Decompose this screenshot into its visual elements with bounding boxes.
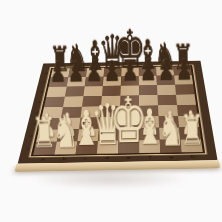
square-a7: ♟ bbox=[49, 77, 69, 87]
square-c4 bbox=[81, 106, 101, 117]
square-f5 bbox=[139, 95, 158, 106]
square-b6 bbox=[65, 86, 85, 96]
square-e1: ♚ bbox=[118, 140, 139, 153]
rank-label-5: 5 bbox=[34, 97, 44, 108]
file-label-h: h bbox=[182, 153, 204, 159]
rank-label-4: 4 bbox=[31, 107, 42, 118]
square-d8: ♛ bbox=[104, 67, 122, 76]
square-h2: ♟ bbox=[179, 127, 201, 139]
square-f6 bbox=[139, 85, 158, 95]
square-h7: ♟ bbox=[174, 75, 193, 85]
photo-background: ♜♞♝♛♚♝♞♜♟♟♟♟♟♟♟♟♟♟♟♟♟♟♟♟♜♞♝♛♚♝♞♜ abcdefg… bbox=[0, 0, 222, 222]
file-label-d: d bbox=[96, 155, 118, 161]
square-g7: ♟ bbox=[157, 75, 176, 85]
square-e5 bbox=[120, 95, 139, 106]
square-c1: ♝ bbox=[76, 141, 98, 154]
square-a4 bbox=[42, 107, 63, 118]
square-d4 bbox=[100, 106, 120, 117]
square-g6 bbox=[157, 85, 176, 95]
square-b8: ♞ bbox=[68, 68, 87, 77]
board-front-edge bbox=[14, 160, 220, 172]
square-g4 bbox=[158, 105, 178, 116]
square-a8: ♜ bbox=[51, 68, 70, 77]
square-h5 bbox=[176, 94, 196, 105]
square-e2: ♟ bbox=[119, 128, 140, 141]
square-f3 bbox=[139, 116, 159, 128]
square-e8: ♚ bbox=[121, 67, 139, 76]
file-label-b: b bbox=[53, 156, 75, 162]
file-label-g: g bbox=[160, 154, 182, 160]
square-b2: ♟ bbox=[57, 129, 79, 142]
piece-black-knight: ♞ bbox=[65, 39, 88, 77]
square-c8: ♝ bbox=[86, 68, 104, 77]
square-h4 bbox=[177, 105, 198, 116]
square-c5 bbox=[82, 96, 102, 107]
square-a5 bbox=[44, 97, 65, 108]
square-h1: ♜ bbox=[180, 139, 202, 152]
square-g2: ♟ bbox=[159, 127, 180, 139]
square-c7: ♟ bbox=[85, 77, 104, 87]
file-label-f: f bbox=[139, 154, 161, 160]
rank-label-2: 2 bbox=[25, 130, 36, 142]
square-g3 bbox=[159, 116, 180, 128]
file-label-a: a bbox=[32, 156, 55, 162]
square-b1: ♞ bbox=[54, 141, 77, 154]
square-g1: ♞ bbox=[160, 140, 182, 153]
file-label-e: e bbox=[118, 154, 140, 160]
square-a2: ♟ bbox=[36, 129, 59, 142]
square-e3 bbox=[119, 117, 139, 129]
rank-label-3: 3 bbox=[28, 118, 39, 130]
square-g8: ♞ bbox=[156, 67, 174, 76]
square-f2: ♟ bbox=[139, 128, 160, 140]
chess-board: ♜♞♝♛♚♝♞♜♟♟♟♟♟♟♟♟♟♟♟♟♟♟♟♟♜♞♝♛♚♝♞♜ abcdefg… bbox=[18, 61, 218, 164]
square-b7: ♟ bbox=[67, 77, 86, 87]
piece-black-rook: ♜ bbox=[172, 40, 193, 75]
rank-label-6: 6 bbox=[37, 87, 47, 97]
file-label-c: c bbox=[75, 155, 97, 161]
square-c3 bbox=[79, 117, 100, 129]
square-h6 bbox=[175, 85, 194, 95]
board-grid: ♜♞♝♛♚♝♞♜♟♟♟♟♟♟♟♟♟♟♟♟♟♟♟♟♜♞♝♛♚♝♞♜ bbox=[33, 66, 202, 155]
square-b4 bbox=[61, 107, 82, 118]
square-b5 bbox=[63, 96, 83, 107]
chess-set-scene: ♜♞♝♛♚♝♞♜♟♟♟♟♟♟♟♟♟♟♟♟♟♟♟♟♜♞♝♛♚♝♞♜ abcdefg… bbox=[30, 16, 209, 195]
rank-label-8: 8 bbox=[41, 69, 50, 78]
square-e4 bbox=[120, 106, 140, 117]
square-g5 bbox=[157, 95, 177, 106]
square-d7: ♟ bbox=[103, 76, 121, 86]
square-b3 bbox=[59, 118, 81, 130]
square-c6 bbox=[83, 86, 102, 96]
square-f4 bbox=[139, 105, 159, 116]
square-a6 bbox=[46, 87, 66, 97]
square-d2: ♟ bbox=[98, 128, 119, 141]
square-a1: ♜ bbox=[33, 142, 57, 155]
square-d1: ♛ bbox=[97, 141, 119, 154]
square-e7: ♟ bbox=[121, 76, 139, 86]
piece-black-rook: ♜ bbox=[49, 42, 70, 77]
square-d5 bbox=[101, 96, 120, 107]
square-d3 bbox=[99, 117, 120, 129]
square-h8: ♜ bbox=[173, 66, 191, 75]
square-d6 bbox=[102, 86, 121, 96]
square-a3 bbox=[39, 118, 61, 130]
square-c2: ♟ bbox=[77, 129, 99, 142]
rank-label-1: 1 bbox=[22, 142, 34, 155]
rank-label-7: 7 bbox=[39, 78, 49, 88]
square-f8: ♝ bbox=[139, 67, 157, 76]
square-f1: ♝ bbox=[139, 140, 160, 153]
square-f7: ♟ bbox=[139, 76, 157, 86]
square-h3 bbox=[178, 116, 199, 128]
square-e6 bbox=[120, 85, 139, 95]
